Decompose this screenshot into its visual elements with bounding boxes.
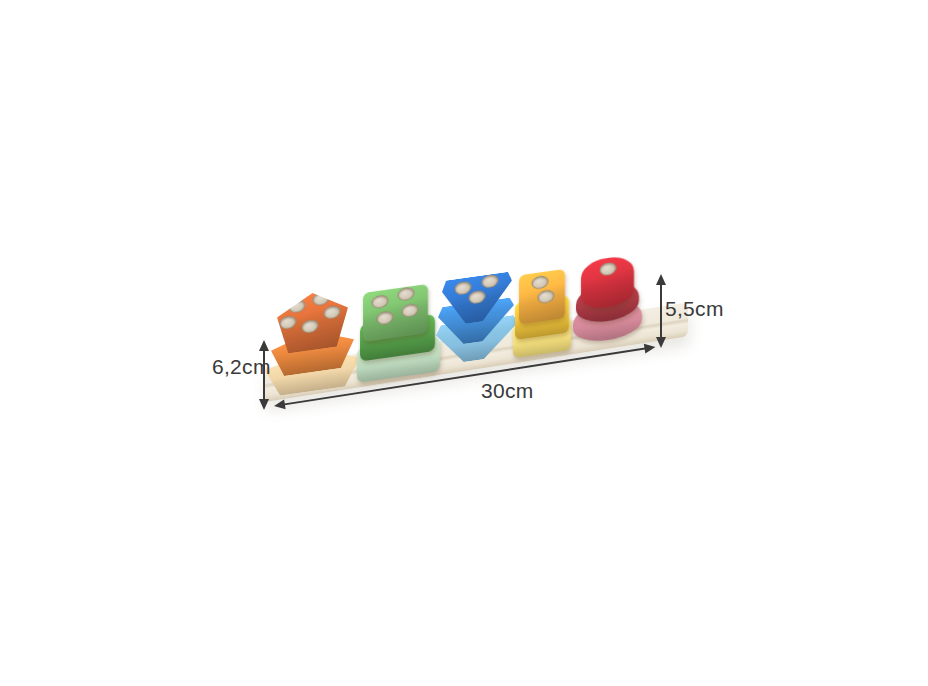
peg-hole xyxy=(313,292,330,307)
square-layer-top xyxy=(363,284,428,342)
peg-hole xyxy=(469,290,486,305)
peg-hole xyxy=(279,315,296,330)
peg-hole xyxy=(532,275,549,290)
height-right-label: 5,5cm xyxy=(665,297,724,321)
peg-hole xyxy=(288,299,305,314)
arrow-line xyxy=(660,279,662,343)
peg-hole xyxy=(324,304,341,319)
peg-hole xyxy=(371,294,388,309)
rectangle-layer-top xyxy=(519,269,565,324)
triangle-stack xyxy=(436,270,520,366)
height-left-label: 6,2cm xyxy=(212,355,271,379)
arrowhead-up-icon xyxy=(259,340,269,351)
peg-hole xyxy=(377,311,394,326)
arrowhead-up-icon xyxy=(656,274,666,285)
pentagon-stack xyxy=(264,286,362,400)
square-stack xyxy=(357,282,441,384)
peg-hole xyxy=(481,274,498,289)
rectangle-stack xyxy=(513,268,573,358)
length-bottom-label: 30cm xyxy=(481,379,534,403)
product-image: 6,2cm 30cm 5,5cm xyxy=(0,0,928,686)
peg-hole xyxy=(455,281,472,296)
peg-hole xyxy=(401,302,418,317)
peg-hole xyxy=(302,319,319,334)
arrowhead-down-icon xyxy=(259,399,269,410)
arrowhead-down-icon xyxy=(656,337,666,348)
circle-stack xyxy=(573,253,643,345)
peg-hole xyxy=(537,289,554,304)
peg-hole xyxy=(599,261,616,276)
arrowhead-left-icon xyxy=(273,399,285,411)
peg-hole xyxy=(397,287,414,302)
